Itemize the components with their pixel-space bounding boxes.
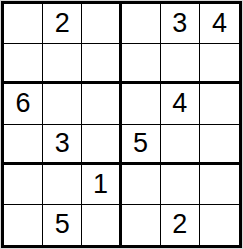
sudoku-cell-empty[interactable] bbox=[4, 205, 43, 245]
sudoku-cell-empty[interactable] bbox=[4, 4, 43, 44]
sudoku-cell-empty[interactable] bbox=[122, 44, 161, 84]
sudoku-cell-empty[interactable] bbox=[82, 125, 121, 165]
sudoku-cell-empty[interactable] bbox=[161, 44, 200, 84]
sudoku-cell-empty[interactable] bbox=[122, 84, 161, 124]
sudoku-cell-given[interactable]: 4 bbox=[200, 4, 239, 44]
sudoku-cell-empty[interactable] bbox=[200, 165, 239, 205]
sudoku-cell-empty[interactable] bbox=[43, 84, 82, 124]
sudoku-board: 2346435152 bbox=[1, 1, 242, 248]
sudoku-cell-empty[interactable] bbox=[200, 125, 239, 165]
sudoku-cell-empty[interactable] bbox=[4, 44, 43, 84]
sudoku-cell-empty[interactable] bbox=[82, 4, 121, 44]
sudoku-cell-empty[interactable] bbox=[122, 165, 161, 205]
sudoku-cell-empty[interactable] bbox=[200, 205, 239, 245]
sudoku-cell-empty[interactable] bbox=[82, 84, 121, 124]
sudoku-cell-empty[interactable] bbox=[82, 44, 121, 84]
sudoku-cell-given[interactable]: 4 bbox=[161, 84, 200, 124]
sudoku-cell-given[interactable]: 2 bbox=[43, 4, 82, 44]
sudoku-cell-empty[interactable] bbox=[4, 165, 43, 205]
sudoku-page: 2346435152 bbox=[0, 0, 243, 249]
sudoku-cell-given[interactable]: 5 bbox=[122, 125, 161, 165]
sudoku-cell-empty[interactable] bbox=[200, 84, 239, 124]
sudoku-cell-given[interactable]: 3 bbox=[161, 4, 200, 44]
sudoku-cell-empty[interactable] bbox=[122, 4, 161, 44]
sudoku-cell-empty[interactable] bbox=[43, 44, 82, 84]
sudoku-cell-empty[interactable] bbox=[82, 205, 121, 245]
sudoku-cell-given[interactable]: 2 bbox=[161, 205, 200, 245]
sudoku-cell-empty[interactable] bbox=[43, 165, 82, 205]
sudoku-cell-empty[interactable] bbox=[200, 44, 239, 84]
sudoku-cell-given[interactable]: 6 bbox=[4, 84, 43, 124]
sudoku-cell-given[interactable]: 5 bbox=[43, 205, 82, 245]
sudoku-cell-empty[interactable] bbox=[161, 125, 200, 165]
sudoku-cell-given[interactable]: 3 bbox=[43, 125, 82, 165]
sudoku-cell-empty[interactable] bbox=[161, 165, 200, 205]
sudoku-cell-empty[interactable] bbox=[122, 205, 161, 245]
sudoku-cell-empty[interactable] bbox=[4, 125, 43, 165]
sudoku-cell-given[interactable]: 1 bbox=[82, 165, 121, 205]
